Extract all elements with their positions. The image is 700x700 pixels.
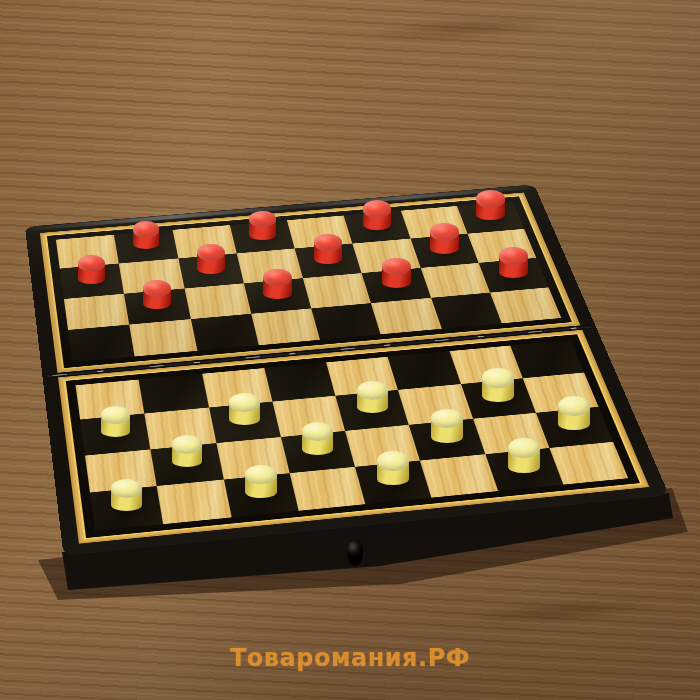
cell-c1[interactable] xyxy=(223,473,298,517)
cell-e5[interactable] xyxy=(311,303,381,340)
cell-h2[interactable] xyxy=(536,407,613,448)
cell-d1[interactable] xyxy=(289,467,365,511)
cell-h1[interactable] xyxy=(549,442,628,485)
cell-a1[interactable] xyxy=(90,486,163,531)
checkers-board xyxy=(25,184,669,555)
cell-d5[interactable] xyxy=(251,308,320,345)
cell-a5[interactable] xyxy=(68,324,135,362)
latch-knob xyxy=(347,540,363,566)
cell-e1[interactable] xyxy=(355,460,432,504)
cell-d2[interactable] xyxy=(281,431,355,473)
cell-e2[interactable] xyxy=(345,425,420,467)
cell-h5[interactable] xyxy=(490,287,562,323)
cell-b1[interactable] xyxy=(157,479,231,524)
cell-f1[interactable] xyxy=(420,454,498,498)
grid-rows-5-8 xyxy=(76,340,629,531)
watermark-text: Товаромания.РФ xyxy=(230,644,470,672)
cell-c5[interactable] xyxy=(190,314,258,351)
cell-f5[interactable] xyxy=(371,298,441,335)
cell-f2[interactable] xyxy=(409,418,485,460)
scene: Товаромания.РФ xyxy=(0,0,700,700)
wood-grain-streak xyxy=(319,4,600,53)
cell-b5[interactable] xyxy=(129,319,197,356)
wood-grain-streak xyxy=(419,588,700,635)
